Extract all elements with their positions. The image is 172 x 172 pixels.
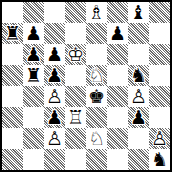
chess-board: ♝♗♝♝♜♜♟♟♟♟♟♟♟♟♚♔♜♜♟♟♞♘♞♞♟♙♚♚♟♙♟♟♜♖♟♟♟♙♞♘…	[0, 0, 172, 172]
square-a4	[2, 86, 23, 107]
square-b3	[23, 107, 44, 128]
square-d1	[65, 149, 86, 170]
square-d4	[65, 86, 86, 107]
square-f6	[107, 44, 128, 65]
square-e2: ♞♘	[86, 128, 107, 149]
white-pawn: ♟♙	[44, 86, 65, 107]
square-g1	[128, 149, 149, 170]
square-e7	[86, 23, 107, 44]
square-e6	[86, 44, 107, 65]
black-pawn: ♟♟	[23, 44, 44, 65]
square-c3: ♟♟	[44, 107, 65, 128]
black-knight: ♞♞	[149, 149, 170, 170]
square-c1	[44, 149, 65, 170]
square-c5: ♟♟	[44, 65, 65, 86]
square-h6	[149, 44, 170, 65]
square-h4	[149, 86, 170, 107]
square-f1	[107, 149, 128, 170]
square-e1	[86, 149, 107, 170]
white-rook: ♜♖	[65, 107, 86, 128]
square-g8: ♝♝	[128, 2, 149, 23]
square-g3: ♟♟	[128, 107, 149, 128]
black-rook: ♜♜	[23, 65, 44, 86]
square-a7: ♜♜	[2, 23, 23, 44]
square-b7: ♟♟	[23, 23, 44, 44]
square-a5	[2, 65, 23, 86]
square-b2	[23, 128, 44, 149]
square-e4: ♚♚	[86, 86, 107, 107]
square-c2: ♟♙	[44, 128, 65, 149]
white-king: ♚♔	[65, 44, 86, 65]
square-f8	[107, 2, 128, 23]
square-a1	[2, 149, 23, 170]
black-pawn: ♟♟	[128, 107, 149, 128]
square-d2	[65, 128, 86, 149]
square-e3	[86, 107, 107, 128]
square-b1	[23, 149, 44, 170]
chess-diagram: ♝♗♝♝♜♜♟♟♟♟♟♟♟♟♚♔♜♜♟♟♞♘♞♞♟♙♚♚♟♙♟♟♜♖♟♟♟♙♞♘…	[0, 0, 172, 172]
square-f4	[107, 86, 128, 107]
square-e8: ♝♗	[86, 2, 107, 23]
square-d7	[65, 23, 86, 44]
square-a3	[2, 107, 23, 128]
square-b5: ♜♜	[23, 65, 44, 86]
square-f2	[107, 128, 128, 149]
white-knight: ♞♘	[86, 128, 107, 149]
square-f7: ♟♟	[107, 23, 128, 44]
black-knight: ♞♞	[128, 65, 149, 86]
square-c7	[44, 23, 65, 44]
black-pawn: ♟♟	[23, 23, 44, 44]
square-d6: ♚♔	[65, 44, 86, 65]
square-h5	[149, 65, 170, 86]
square-a6	[2, 44, 23, 65]
square-c6: ♟♟	[44, 44, 65, 65]
black-pawn: ♟♟	[107, 23, 128, 44]
square-b4	[23, 86, 44, 107]
black-bishop: ♝♝	[128, 2, 149, 23]
white-pawn: ♟♙	[128, 86, 149, 107]
square-d3: ♜♖	[65, 107, 86, 128]
black-pawn: ♟♟	[44, 65, 65, 86]
square-h7	[149, 23, 170, 44]
square-h2: ♟♙	[149, 128, 170, 149]
square-e5: ♞♘	[86, 65, 107, 86]
square-h1: ♞♞	[149, 149, 170, 170]
square-c8	[44, 2, 65, 23]
white-pawn: ♟♙	[44, 128, 65, 149]
square-c4: ♟♙	[44, 86, 65, 107]
black-pawn: ♟♟	[44, 107, 65, 128]
square-b8	[23, 2, 44, 23]
square-a2	[2, 128, 23, 149]
square-g6	[128, 44, 149, 65]
square-g7	[128, 23, 149, 44]
square-g2	[128, 128, 149, 149]
square-g5: ♞♞	[128, 65, 149, 86]
white-knight: ♞♘	[86, 65, 107, 86]
black-king: ♚♚	[86, 86, 107, 107]
black-rook: ♜♜	[2, 23, 23, 44]
square-h8	[149, 2, 170, 23]
square-f5	[107, 65, 128, 86]
white-pawn: ♟♙	[149, 128, 170, 149]
square-b6: ♟♟	[23, 44, 44, 65]
square-d8	[65, 2, 86, 23]
square-f3	[107, 107, 128, 128]
square-h3	[149, 107, 170, 128]
square-g4: ♟♙	[128, 86, 149, 107]
white-bishop: ♝♗	[86, 2, 107, 23]
square-a8	[2, 2, 23, 23]
square-d5	[65, 65, 86, 86]
black-pawn: ♟♟	[44, 44, 65, 65]
